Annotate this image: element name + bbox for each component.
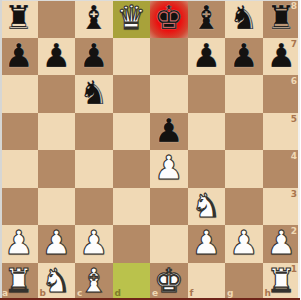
square-g8[interactable]: ♞ (225, 0, 263, 38)
square-a6[interactable] (0, 75, 38, 113)
white-pawn-icon[interactable]: ♟ (79, 224, 109, 261)
black-pawn-icon[interactable]: ♟ (191, 37, 221, 74)
square-b5[interactable] (38, 113, 76, 151)
square-b8[interactable] (38, 0, 76, 38)
white-bishop-icon[interactable]: ♝ (79, 262, 109, 299)
white-pawn-icon[interactable]: ♟ (229, 224, 259, 261)
square-f7[interactable]: ♟ (188, 38, 226, 76)
square-h4[interactable]: 4 (263, 150, 301, 188)
square-d1[interactable]: d (113, 263, 151, 300)
square-b7[interactable]: ♟ (38, 38, 76, 76)
square-e3[interactable] (150, 188, 188, 226)
square-h3[interactable]: 3 (263, 188, 301, 226)
square-d6[interactable] (113, 75, 151, 113)
square-a8[interactable]: ♜ (0, 0, 38, 38)
square-h6[interactable]: 6 (263, 75, 301, 113)
square-b1[interactable]: ♞b (38, 263, 76, 300)
square-c6[interactable]: ♞ (75, 75, 113, 113)
square-d8[interactable]: ♛ (113, 0, 151, 38)
square-h8[interactable]: ♜8 (263, 0, 301, 38)
black-pawn-icon[interactable]: ♟ (41, 37, 71, 74)
white-queen-icon[interactable]: ♛ (116, 0, 146, 36)
square-d2[interactable] (113, 225, 151, 263)
black-knight-icon[interactable]: ♞ (79, 74, 109, 111)
square-a4[interactable] (0, 150, 38, 188)
rank-label-6: 6 (291, 77, 297, 86)
square-d3[interactable] (113, 188, 151, 226)
white-rook-icon[interactable]: ♜ (266, 262, 296, 299)
white-pawn-icon[interactable]: ♟ (41, 224, 71, 261)
square-g3[interactable] (225, 188, 263, 226)
square-g1[interactable]: g (225, 263, 263, 300)
black-pawn-icon[interactable]: ♟ (79, 37, 109, 74)
square-d5[interactable] (113, 113, 151, 151)
chess-board: ♜♝♛♚♝♞♜8♟♟♟♟♟♟7♞6♟5♟4♞3♟♟♟♟♟♟2♜a♞b♝cd♚ef… (0, 0, 300, 300)
white-rook-icon[interactable]: ♜ (4, 262, 34, 299)
white-knight-icon[interactable]: ♞ (41, 262, 71, 299)
black-pawn-icon[interactable]: ♟ (229, 37, 259, 74)
square-h1[interactable]: ♜h1 (263, 263, 301, 300)
rank-label-4: 4 (291, 152, 297, 161)
white-pawn-icon[interactable]: ♟ (266, 224, 296, 261)
black-bishop-icon[interactable]: ♝ (79, 0, 109, 36)
white-king-icon[interactable]: ♚ (154, 262, 184, 299)
square-f3[interactable]: ♞ (188, 188, 226, 226)
white-pawn-icon[interactable]: ♟ (4, 224, 34, 261)
black-king-icon[interactable]: ♚ (154, 0, 184, 36)
chess-board-panel: ♜♝♛♚♝♞♜8♟♟♟♟♟♟7♞6♟5♟4♞3♟♟♟♟♟♟2♜a♞b♝cd♚ef… (0, 0, 300, 300)
square-f5[interactable] (188, 113, 226, 151)
rank-label-5: 5 (291, 115, 297, 124)
white-pawn-icon[interactable]: ♟ (191, 224, 221, 261)
square-c5[interactable] (75, 113, 113, 151)
black-bishop-icon[interactable]: ♝ (191, 0, 221, 36)
square-e2[interactable] (150, 225, 188, 263)
black-pawn-icon[interactable]: ♟ (4, 37, 34, 74)
white-pawn-icon[interactable]: ♟ (154, 149, 184, 186)
black-rook-icon[interactable]: ♜ (4, 0, 34, 36)
square-c1[interactable]: ♝c (75, 263, 113, 300)
square-e5[interactable]: ♟ (150, 113, 188, 151)
square-a3[interactable] (0, 188, 38, 226)
square-g2[interactable]: ♟ (225, 225, 263, 263)
black-pawn-icon[interactable]: ♟ (154, 112, 184, 149)
square-c2[interactable]: ♟ (75, 225, 113, 263)
square-b3[interactable] (38, 188, 76, 226)
square-f6[interactable] (188, 75, 226, 113)
square-f2[interactable]: ♟ (188, 225, 226, 263)
square-h5[interactable]: 5 (263, 113, 301, 151)
square-h2[interactable]: ♟2 (263, 225, 301, 263)
black-rook-icon[interactable]: ♜ (266, 0, 296, 36)
file-label-f: f (190, 289, 194, 298)
rank-label-3: 3 (291, 190, 297, 199)
square-g7[interactable]: ♟ (225, 38, 263, 76)
white-knight-icon[interactable]: ♞ (191, 187, 221, 224)
square-a7[interactable]: ♟ (0, 38, 38, 76)
square-e7[interactable] (150, 38, 188, 76)
square-a5[interactable] (0, 113, 38, 151)
black-knight-icon[interactable]: ♞ (229, 0, 259, 36)
square-e8[interactable]: ♚ (150, 0, 188, 38)
square-a2[interactable]: ♟ (0, 225, 38, 263)
square-d7[interactable] (113, 38, 151, 76)
square-a1[interactable]: ♜a (0, 263, 38, 300)
square-e6[interactable] (150, 75, 188, 113)
square-b4[interactable] (38, 150, 76, 188)
square-b6[interactable] (38, 75, 76, 113)
file-label-g: g (227, 289, 233, 298)
square-b2[interactable]: ♟ (38, 225, 76, 263)
square-e4[interactable]: ♟ (150, 150, 188, 188)
square-c4[interactable] (75, 150, 113, 188)
square-e1[interactable]: ♚e (150, 263, 188, 300)
black-pawn-icon[interactable]: ♟ (266, 37, 296, 74)
square-f1[interactable]: f (188, 263, 226, 300)
square-g4[interactable] (225, 150, 263, 188)
square-g6[interactable] (225, 75, 263, 113)
square-f8[interactable]: ♝ (188, 0, 226, 38)
square-c8[interactable]: ♝ (75, 0, 113, 38)
square-f4[interactable] (188, 150, 226, 188)
square-c3[interactable] (75, 188, 113, 226)
square-h7[interactable]: ♟7 (263, 38, 301, 76)
square-d4[interactable] (113, 150, 151, 188)
file-label-d: d (115, 289, 121, 298)
square-g5[interactable] (225, 113, 263, 151)
square-c7[interactable]: ♟ (75, 38, 113, 76)
